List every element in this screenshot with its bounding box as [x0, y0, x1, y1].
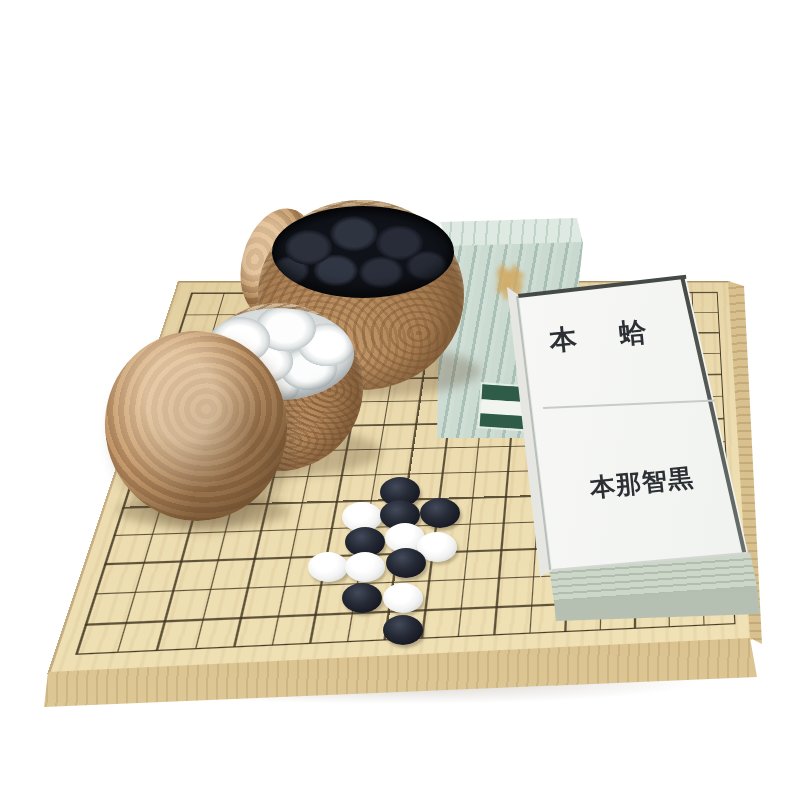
black-go-stone: [383, 615, 423, 645]
black-stones-in-bowl: [272, 206, 454, 298]
white-go-stone: [345, 552, 385, 582]
black-go-stone: [386, 548, 426, 578]
white-go-stone: [383, 583, 423, 613]
black-go-stone: [342, 583, 382, 613]
white-go-stone: [308, 552, 348, 582]
go-set-product-photo: 蛤碁石 本 蛤 本那智黒: [0, 0, 800, 800]
black-go-stone: [420, 498, 460, 528]
